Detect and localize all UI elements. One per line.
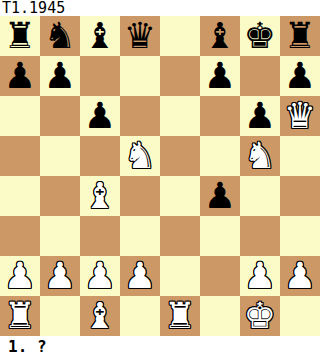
square-d5[interactable]: ♞: [120, 136, 160, 176]
square-g5[interactable]: ♞: [240, 136, 280, 176]
square-a1[interactable]: ♜: [0, 296, 40, 336]
square-b7[interactable]: ♟: [40, 56, 80, 96]
square-e4[interactable]: [160, 176, 200, 216]
square-h8[interactable]: ♜: [280, 16, 320, 56]
square-h4[interactable]: [280, 176, 320, 216]
piece-black-pawn[interactable]: ♟: [4, 56, 36, 96]
piece-white-rook[interactable]: ♜: [4, 296, 36, 336]
square-h5[interactable]: [280, 136, 320, 176]
piece-white-pawn[interactable]: ♟: [284, 256, 316, 296]
square-d4[interactable]: [120, 176, 160, 216]
square-c3[interactable]: [80, 216, 120, 256]
square-f1[interactable]: [200, 296, 240, 336]
square-c1[interactable]: ♝: [80, 296, 120, 336]
piece-white-rook[interactable]: ♜: [164, 296, 196, 336]
square-e3[interactable]: [160, 216, 200, 256]
square-f3[interactable]: [200, 216, 240, 256]
piece-black-bishop[interactable]: ♝: [84, 16, 116, 56]
square-e8[interactable]: [160, 16, 200, 56]
piece-white-pawn[interactable]: ♟: [124, 256, 156, 296]
square-a6[interactable]: [0, 96, 40, 136]
square-f6[interactable]: [200, 96, 240, 136]
square-d8[interactable]: ♛: [120, 16, 160, 56]
square-g7[interactable]: [240, 56, 280, 96]
square-b3[interactable]: [40, 216, 80, 256]
piece-black-rook[interactable]: ♜: [284, 16, 316, 56]
square-h1[interactable]: [280, 296, 320, 336]
square-d2[interactable]: ♟: [120, 256, 160, 296]
square-f7[interactable]: ♟: [200, 56, 240, 96]
square-b1[interactable]: [40, 296, 80, 336]
square-c2[interactable]: ♟: [80, 256, 120, 296]
square-a5[interactable]: [0, 136, 40, 176]
square-a2[interactable]: ♟: [0, 256, 40, 296]
square-a3[interactable]: [0, 216, 40, 256]
square-c4[interactable]: ♝: [80, 176, 120, 216]
piece-black-pawn[interactable]: ♟: [84, 96, 116, 136]
square-e6[interactable]: [160, 96, 200, 136]
piece-white-pawn[interactable]: ♟: [4, 256, 36, 296]
square-e2[interactable]: [160, 256, 200, 296]
square-f4[interactable]: ♟: [200, 176, 240, 216]
square-a4[interactable]: [0, 176, 40, 216]
piece-black-bishop[interactable]: ♝: [204, 16, 236, 56]
piece-black-knight[interactable]: ♞: [44, 16, 76, 56]
square-a8[interactable]: ♜: [0, 16, 40, 56]
square-g3[interactable]: [240, 216, 280, 256]
piece-white-knight[interactable]: ♞: [124, 136, 156, 176]
piece-black-pawn[interactable]: ♟: [244, 96, 276, 136]
square-h3[interactable]: [280, 216, 320, 256]
piece-white-queen[interactable]: ♛: [284, 96, 316, 136]
square-b5[interactable]: [40, 136, 80, 176]
square-c6[interactable]: ♟: [80, 96, 120, 136]
piece-white-bishop[interactable]: ♝: [84, 296, 116, 336]
square-g4[interactable]: [240, 176, 280, 216]
piece-black-queen[interactable]: ♛: [124, 16, 156, 56]
square-d6[interactable]: [120, 96, 160, 136]
square-e1[interactable]: ♜: [160, 296, 200, 336]
puzzle-title: T1.1945: [0, 0, 320, 16]
square-c5[interactable]: [80, 136, 120, 176]
square-g6[interactable]: ♟: [240, 96, 280, 136]
move-prompt: 1. ?: [0, 336, 320, 360]
square-f8[interactable]: ♝: [200, 16, 240, 56]
piece-white-pawn[interactable]: ♟: [84, 256, 116, 296]
square-f2[interactable]: [200, 256, 240, 296]
square-c8[interactable]: ♝: [80, 16, 120, 56]
piece-white-bishop[interactable]: ♝: [84, 176, 116, 216]
square-g2[interactable]: ♟: [240, 256, 280, 296]
square-d3[interactable]: [120, 216, 160, 256]
square-h6[interactable]: ♛: [280, 96, 320, 136]
piece-black-king[interactable]: ♚: [244, 16, 276, 56]
square-b4[interactable]: [40, 176, 80, 216]
square-b2[interactable]: ♟: [40, 256, 80, 296]
piece-white-king[interactable]: ♚: [244, 296, 276, 336]
piece-black-rook[interactable]: ♜: [4, 16, 36, 56]
square-h2[interactable]: ♟: [280, 256, 320, 296]
piece-black-pawn[interactable]: ♟: [284, 56, 316, 96]
piece-black-pawn[interactable]: ♟: [204, 176, 236, 216]
square-a7[interactable]: ♟: [0, 56, 40, 96]
square-b6[interactable]: [40, 96, 80, 136]
square-e5[interactable]: [160, 136, 200, 176]
piece-black-pawn[interactable]: ♟: [44, 56, 76, 96]
piece-white-pawn[interactable]: ♟: [44, 256, 76, 296]
square-d7[interactable]: [120, 56, 160, 96]
square-g1[interactable]: ♚: [240, 296, 280, 336]
square-d1[interactable]: [120, 296, 160, 336]
piece-white-knight[interactable]: ♞: [244, 136, 276, 176]
piece-black-pawn[interactable]: ♟: [204, 56, 236, 96]
piece-white-pawn[interactable]: ♟: [244, 256, 276, 296]
square-e7[interactable]: [160, 56, 200, 96]
square-h7[interactable]: ♟: [280, 56, 320, 96]
square-b8[interactable]: ♞: [40, 16, 80, 56]
square-c7[interactable]: [80, 56, 120, 96]
square-g8[interactable]: ♚: [240, 16, 280, 56]
square-f5[interactable]: [200, 136, 240, 176]
chess-board[interactable]: ♜♞♝♛♝♚♜♟♟♟♟♟♟♛♞♞♝♟♟♟♟♟♟♟♜♝♜♚: [0, 16, 320, 336]
